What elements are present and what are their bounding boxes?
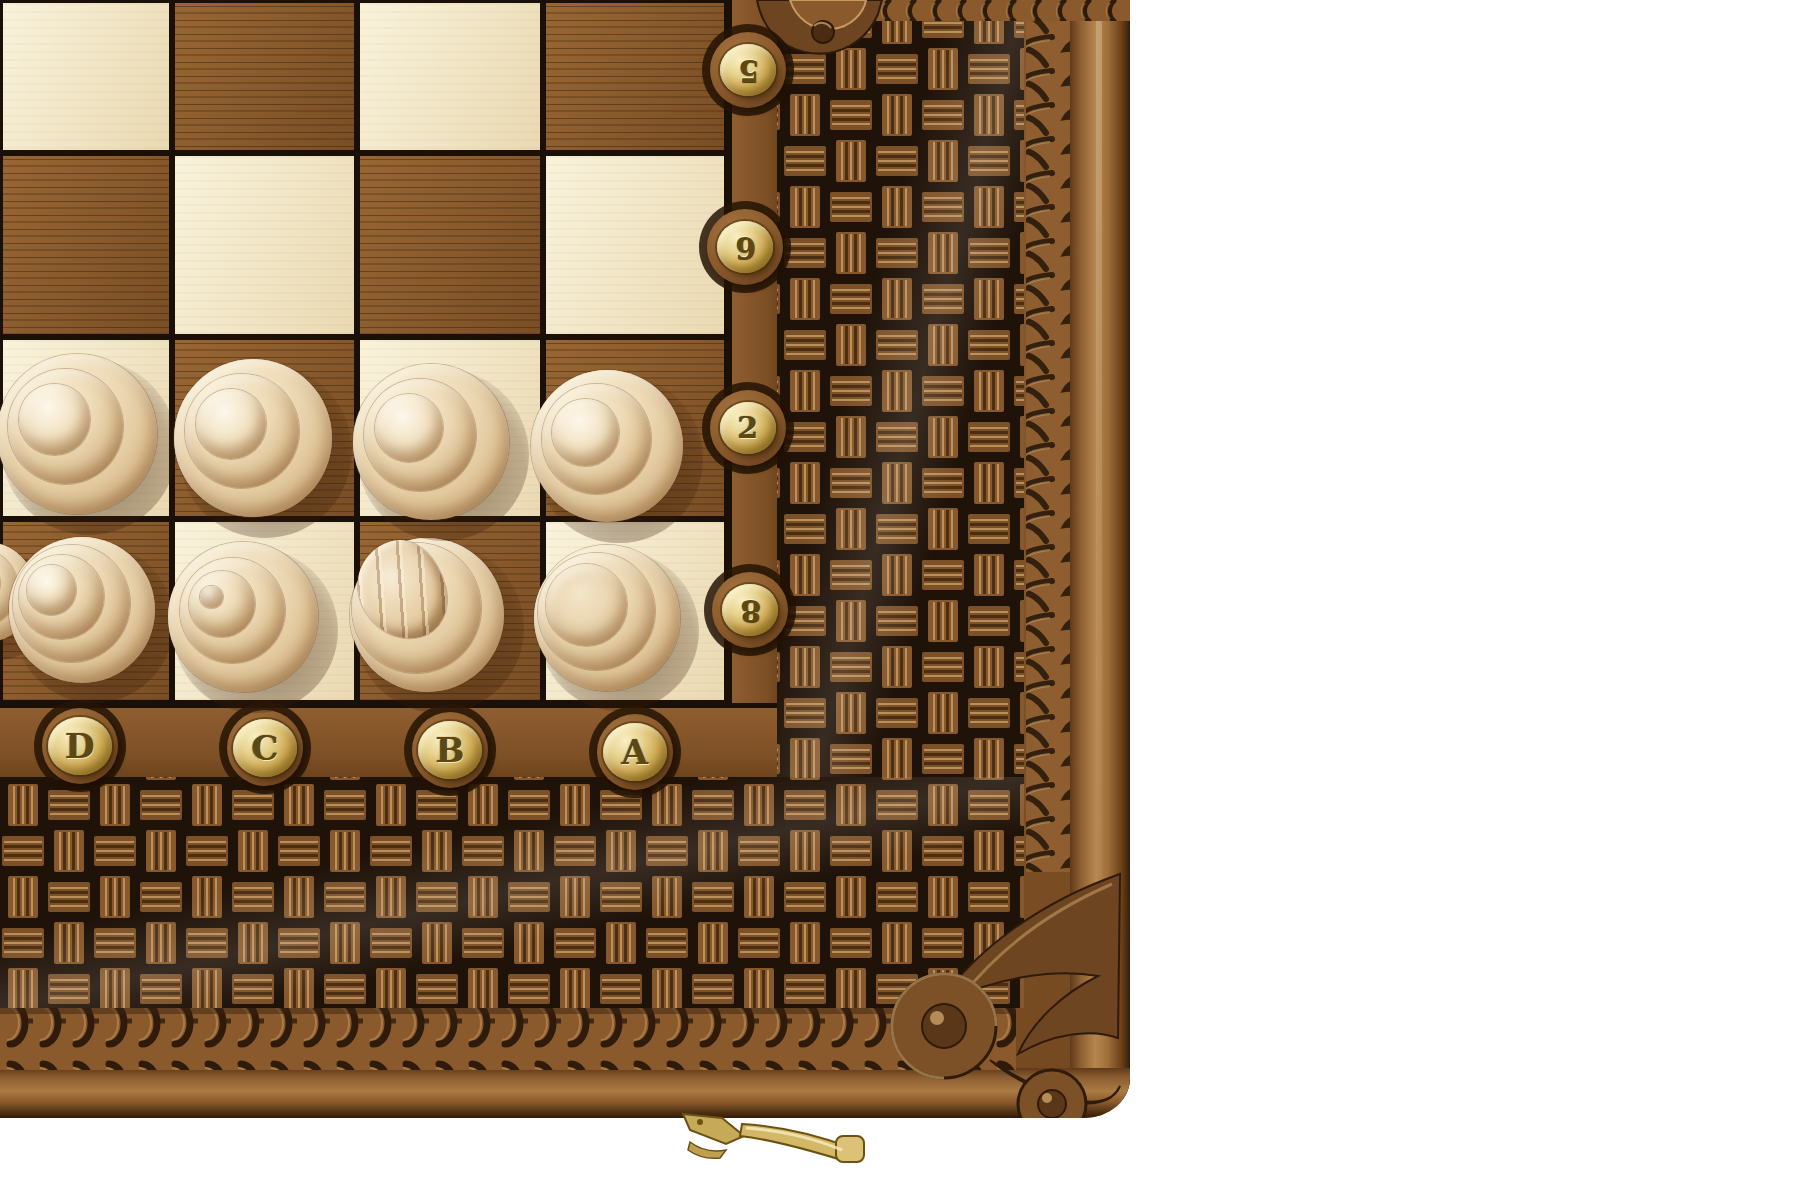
photo-scene: DCBA5628 xyxy=(0,0,1799,1200)
piece-ring xyxy=(19,384,89,454)
piece-white-pawn-b7[interactable] xyxy=(353,364,509,520)
piece-ring xyxy=(546,564,628,646)
piece-white-pawn-a7[interactable] xyxy=(531,370,683,522)
pieces-layer xyxy=(0,0,1130,1118)
piece-white-pawn-c7[interactable] xyxy=(174,359,332,517)
piece-ring xyxy=(200,586,223,609)
piece-white-rook-a8[interactable] xyxy=(534,545,680,691)
piece-white-queen-d8[interactable] xyxy=(9,537,155,683)
piece-white-knight-b8[interactable] xyxy=(350,538,504,692)
piece-ring xyxy=(552,399,619,466)
piece-ring xyxy=(27,565,77,615)
piece-ring xyxy=(196,389,266,459)
piece-ring xyxy=(189,571,255,637)
piece-white-pawn-d7[interactable] xyxy=(0,354,157,514)
chess-box: DCBA5628 xyxy=(0,0,1130,1118)
piece-white-bishop-c8[interactable] xyxy=(168,542,318,692)
